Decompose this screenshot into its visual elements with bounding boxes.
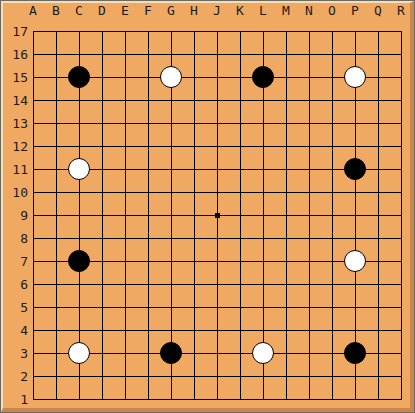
intersection-F8[interactable] bbox=[137, 227, 160, 250]
intersection-O7[interactable] bbox=[321, 250, 344, 273]
intersection-K17[interactable] bbox=[229, 20, 252, 43]
intersection-P3[interactable] bbox=[344, 342, 367, 365]
intersection-E15[interactable] bbox=[114, 66, 137, 89]
intersection-Q16[interactable] bbox=[367, 43, 390, 66]
intersection-O3[interactable] bbox=[321, 342, 344, 365]
intersection-Q17[interactable] bbox=[367, 20, 390, 43]
intersection-F1[interactable] bbox=[137, 388, 160, 411]
intersection-C5[interactable] bbox=[68, 296, 91, 319]
intersection-O17[interactable] bbox=[321, 20, 344, 43]
intersection-P17[interactable] bbox=[344, 20, 367, 43]
intersection-F14[interactable] bbox=[137, 89, 160, 112]
intersection-M12[interactable] bbox=[275, 135, 298, 158]
intersection-N1[interactable] bbox=[298, 388, 321, 411]
intersection-A6[interactable] bbox=[22, 273, 45, 296]
intersection-B1[interactable] bbox=[45, 388, 68, 411]
intersection-H9[interactable] bbox=[183, 204, 206, 227]
intersection-K13[interactable] bbox=[229, 112, 252, 135]
intersection-A8[interactable] bbox=[22, 227, 45, 250]
intersection-C8[interactable] bbox=[68, 227, 91, 250]
intersection-R6[interactable] bbox=[390, 273, 413, 296]
intersection-M17[interactable] bbox=[275, 20, 298, 43]
intersection-D11[interactable] bbox=[91, 158, 114, 181]
intersection-F13[interactable] bbox=[137, 112, 160, 135]
intersection-K2[interactable] bbox=[229, 365, 252, 388]
intersection-D1[interactable] bbox=[91, 388, 114, 411]
intersection-M8[interactable] bbox=[275, 227, 298, 250]
intersection-O16[interactable] bbox=[321, 43, 344, 66]
intersection-J12[interactable] bbox=[206, 135, 229, 158]
intersection-D4[interactable] bbox=[91, 319, 114, 342]
intersection-P13[interactable] bbox=[344, 112, 367, 135]
intersection-R10[interactable] bbox=[390, 181, 413, 204]
intersection-R9[interactable] bbox=[390, 204, 413, 227]
intersection-L11[interactable] bbox=[252, 158, 275, 181]
intersection-E13[interactable] bbox=[114, 112, 137, 135]
intersection-Q6[interactable] bbox=[367, 273, 390, 296]
intersection-G10[interactable] bbox=[160, 181, 183, 204]
intersection-G16[interactable] bbox=[160, 43, 183, 66]
intersection-K12[interactable] bbox=[229, 135, 252, 158]
intersection-B2[interactable] bbox=[45, 365, 68, 388]
intersection-K3[interactable] bbox=[229, 342, 252, 365]
intersection-C2[interactable] bbox=[68, 365, 91, 388]
intersection-B3[interactable] bbox=[45, 342, 68, 365]
intersection-R4[interactable] bbox=[390, 319, 413, 342]
intersection-L13[interactable] bbox=[252, 112, 275, 135]
intersection-G17[interactable] bbox=[160, 20, 183, 43]
intersection-M2[interactable] bbox=[275, 365, 298, 388]
intersection-L17[interactable] bbox=[252, 20, 275, 43]
intersection-L5[interactable] bbox=[252, 296, 275, 319]
intersection-A14[interactable] bbox=[22, 89, 45, 112]
intersection-P2[interactable] bbox=[344, 365, 367, 388]
intersection-E17[interactable] bbox=[114, 20, 137, 43]
intersection-O15[interactable] bbox=[321, 66, 344, 89]
intersection-J15[interactable] bbox=[206, 66, 229, 89]
intersection-M10[interactable] bbox=[275, 181, 298, 204]
intersection-L2[interactable] bbox=[252, 365, 275, 388]
intersection-F6[interactable] bbox=[137, 273, 160, 296]
intersection-P9[interactable] bbox=[344, 204, 367, 227]
intersection-P12[interactable] bbox=[344, 135, 367, 158]
intersection-E12[interactable] bbox=[114, 135, 137, 158]
intersection-Q14[interactable] bbox=[367, 89, 390, 112]
intersection-L15[interactable] bbox=[252, 66, 275, 89]
intersection-O6[interactable] bbox=[321, 273, 344, 296]
black-stone-C7[interactable] bbox=[68, 250, 90, 272]
intersection-N3[interactable] bbox=[298, 342, 321, 365]
intersection-H17[interactable] bbox=[183, 20, 206, 43]
intersection-G8[interactable] bbox=[160, 227, 183, 250]
intersection-D15[interactable] bbox=[91, 66, 114, 89]
intersection-F17[interactable] bbox=[137, 20, 160, 43]
intersection-J2[interactable] bbox=[206, 365, 229, 388]
intersection-F4[interactable] bbox=[137, 319, 160, 342]
intersection-N17[interactable] bbox=[298, 20, 321, 43]
intersection-F9[interactable] bbox=[137, 204, 160, 227]
intersection-D6[interactable] bbox=[91, 273, 114, 296]
intersection-C4[interactable] bbox=[68, 319, 91, 342]
intersection-R12[interactable] bbox=[390, 135, 413, 158]
intersection-G15[interactable] bbox=[160, 66, 183, 89]
intersection-N14[interactable] bbox=[298, 89, 321, 112]
intersection-B5[interactable] bbox=[45, 296, 68, 319]
intersection-H5[interactable] bbox=[183, 296, 206, 319]
intersection-F10[interactable] bbox=[137, 181, 160, 204]
intersection-K6[interactable] bbox=[229, 273, 252, 296]
intersection-M15[interactable] bbox=[275, 66, 298, 89]
intersection-P11[interactable] bbox=[344, 158, 367, 181]
intersection-C9[interactable] bbox=[68, 204, 91, 227]
intersection-E8[interactable] bbox=[114, 227, 137, 250]
intersection-M13[interactable] bbox=[275, 112, 298, 135]
intersection-N7[interactable] bbox=[298, 250, 321, 273]
intersection-J5[interactable] bbox=[206, 296, 229, 319]
intersection-Q4[interactable] bbox=[367, 319, 390, 342]
intersection-H8[interactable] bbox=[183, 227, 206, 250]
intersection-D7[interactable] bbox=[91, 250, 114, 273]
intersection-B10[interactable] bbox=[45, 181, 68, 204]
black-stone-G3[interactable] bbox=[160, 342, 182, 364]
intersection-E16[interactable] bbox=[114, 43, 137, 66]
intersection-N16[interactable] bbox=[298, 43, 321, 66]
intersection-F16[interactable] bbox=[137, 43, 160, 66]
intersection-F12[interactable] bbox=[137, 135, 160, 158]
intersection-O11[interactable] bbox=[321, 158, 344, 181]
intersection-A16[interactable] bbox=[22, 43, 45, 66]
intersection-G3[interactable] bbox=[160, 342, 183, 365]
intersection-O1[interactable] bbox=[321, 388, 344, 411]
intersection-F11[interactable] bbox=[137, 158, 160, 181]
intersection-C15[interactable] bbox=[68, 66, 91, 89]
intersection-L10[interactable] bbox=[252, 181, 275, 204]
intersection-K15[interactable] bbox=[229, 66, 252, 89]
intersection-L4[interactable] bbox=[252, 319, 275, 342]
intersection-R15[interactable] bbox=[390, 66, 413, 89]
intersection-M4[interactable] bbox=[275, 319, 298, 342]
intersection-O8[interactable] bbox=[321, 227, 344, 250]
intersection-C1[interactable] bbox=[68, 388, 91, 411]
intersection-H14[interactable] bbox=[183, 89, 206, 112]
intersection-N8[interactable] bbox=[298, 227, 321, 250]
intersection-N9[interactable] bbox=[298, 204, 321, 227]
intersection-H13[interactable] bbox=[183, 112, 206, 135]
intersection-N11[interactable] bbox=[298, 158, 321, 181]
intersection-B16[interactable] bbox=[45, 43, 68, 66]
intersection-C12[interactable] bbox=[68, 135, 91, 158]
intersection-O13[interactable] bbox=[321, 112, 344, 135]
intersection-H12[interactable] bbox=[183, 135, 206, 158]
intersection-N4[interactable] bbox=[298, 319, 321, 342]
white-stone-G15[interactable] bbox=[160, 66, 182, 88]
intersection-K9[interactable] bbox=[229, 204, 252, 227]
intersection-C7[interactable] bbox=[68, 250, 91, 273]
intersection-J10[interactable] bbox=[206, 181, 229, 204]
intersection-G1[interactable] bbox=[160, 388, 183, 411]
intersection-M3[interactable] bbox=[275, 342, 298, 365]
intersection-C6[interactable] bbox=[68, 273, 91, 296]
intersection-R1[interactable] bbox=[390, 388, 413, 411]
intersection-P10[interactable] bbox=[344, 181, 367, 204]
black-stone-L15[interactable] bbox=[252, 66, 274, 88]
intersection-O10[interactable] bbox=[321, 181, 344, 204]
intersection-M11[interactable] bbox=[275, 158, 298, 181]
intersection-D5[interactable] bbox=[91, 296, 114, 319]
intersection-P6[interactable] bbox=[344, 273, 367, 296]
intersection-J13[interactable] bbox=[206, 112, 229, 135]
intersection-B12[interactable] bbox=[45, 135, 68, 158]
intersection-H1[interactable] bbox=[183, 388, 206, 411]
intersection-N15[interactable] bbox=[298, 66, 321, 89]
intersection-C10[interactable] bbox=[68, 181, 91, 204]
intersection-Q2[interactable] bbox=[367, 365, 390, 388]
intersection-G2[interactable] bbox=[160, 365, 183, 388]
intersection-B15[interactable] bbox=[45, 66, 68, 89]
intersection-H4[interactable] bbox=[183, 319, 206, 342]
intersection-H3[interactable] bbox=[183, 342, 206, 365]
intersection-F2[interactable] bbox=[137, 365, 160, 388]
white-stone-L3[interactable] bbox=[252, 342, 274, 364]
intersection-L3[interactable] bbox=[252, 342, 275, 365]
intersection-B17[interactable] bbox=[45, 20, 68, 43]
intersection-R8[interactable] bbox=[390, 227, 413, 250]
intersection-K10[interactable] bbox=[229, 181, 252, 204]
intersection-L12[interactable] bbox=[252, 135, 275, 158]
intersection-Q9[interactable] bbox=[367, 204, 390, 227]
intersection-N6[interactable] bbox=[298, 273, 321, 296]
intersection-A10[interactable] bbox=[22, 181, 45, 204]
intersection-O9[interactable] bbox=[321, 204, 344, 227]
intersection-N5[interactable] bbox=[298, 296, 321, 319]
intersection-O4[interactable] bbox=[321, 319, 344, 342]
intersection-R2[interactable] bbox=[390, 365, 413, 388]
intersection-A5[interactable] bbox=[22, 296, 45, 319]
intersection-A13[interactable] bbox=[22, 112, 45, 135]
intersection-B14[interactable] bbox=[45, 89, 68, 112]
intersection-G14[interactable] bbox=[160, 89, 183, 112]
intersection-E5[interactable] bbox=[114, 296, 137, 319]
intersection-K7[interactable] bbox=[229, 250, 252, 273]
intersection-D17[interactable] bbox=[91, 20, 114, 43]
intersection-P4[interactable] bbox=[344, 319, 367, 342]
intersection-P7[interactable] bbox=[344, 250, 367, 273]
intersection-Q15[interactable] bbox=[367, 66, 390, 89]
intersection-H2[interactable] bbox=[183, 365, 206, 388]
intersection-Q13[interactable] bbox=[367, 112, 390, 135]
intersection-L14[interactable] bbox=[252, 89, 275, 112]
intersection-J6[interactable] bbox=[206, 273, 229, 296]
intersection-H15[interactable] bbox=[183, 66, 206, 89]
intersection-M16[interactable] bbox=[275, 43, 298, 66]
intersection-F3[interactable] bbox=[137, 342, 160, 365]
intersection-L9[interactable] bbox=[252, 204, 275, 227]
black-stone-C15[interactable] bbox=[68, 66, 90, 88]
intersection-K8[interactable] bbox=[229, 227, 252, 250]
intersection-B13[interactable] bbox=[45, 112, 68, 135]
intersection-L7[interactable] bbox=[252, 250, 275, 273]
intersection-A2[interactable] bbox=[22, 365, 45, 388]
intersection-E9[interactable] bbox=[114, 204, 137, 227]
intersection-G4[interactable] bbox=[160, 319, 183, 342]
intersection-O5[interactable] bbox=[321, 296, 344, 319]
intersection-G5[interactable] bbox=[160, 296, 183, 319]
white-stone-C11[interactable] bbox=[68, 158, 90, 180]
intersection-R11[interactable] bbox=[390, 158, 413, 181]
intersection-K11[interactable] bbox=[229, 158, 252, 181]
intersection-K14[interactable] bbox=[229, 89, 252, 112]
intersection-E10[interactable] bbox=[114, 181, 137, 204]
intersection-C3[interactable] bbox=[68, 342, 91, 365]
intersection-H10[interactable] bbox=[183, 181, 206, 204]
intersection-J9[interactable] bbox=[206, 204, 229, 227]
intersection-A9[interactable] bbox=[22, 204, 45, 227]
intersection-P16[interactable] bbox=[344, 43, 367, 66]
intersection-A1[interactable] bbox=[22, 388, 45, 411]
intersection-E3[interactable] bbox=[114, 342, 137, 365]
intersection-J11[interactable] bbox=[206, 158, 229, 181]
intersection-A12[interactable] bbox=[22, 135, 45, 158]
intersection-R7[interactable] bbox=[390, 250, 413, 273]
intersection-G9[interactable] bbox=[160, 204, 183, 227]
intersection-J8[interactable] bbox=[206, 227, 229, 250]
intersection-D14[interactable] bbox=[91, 89, 114, 112]
intersection-J17[interactable] bbox=[206, 20, 229, 43]
intersection-E2[interactable] bbox=[114, 365, 137, 388]
intersection-A11[interactable] bbox=[22, 158, 45, 181]
black-stone-P3[interactable] bbox=[344, 342, 366, 364]
intersection-D16[interactable] bbox=[91, 43, 114, 66]
intersection-O14[interactable] bbox=[321, 89, 344, 112]
intersection-M9[interactable] bbox=[275, 204, 298, 227]
intersection-M6[interactable] bbox=[275, 273, 298, 296]
intersection-Q7[interactable] bbox=[367, 250, 390, 273]
intersection-G7[interactable] bbox=[160, 250, 183, 273]
intersection-R17[interactable] bbox=[390, 20, 413, 43]
intersection-A7[interactable] bbox=[22, 250, 45, 273]
white-stone-P7[interactable] bbox=[344, 250, 366, 272]
intersection-C13[interactable] bbox=[68, 112, 91, 135]
intersection-L8[interactable] bbox=[252, 227, 275, 250]
intersection-M14[interactable] bbox=[275, 89, 298, 112]
intersection-H11[interactable] bbox=[183, 158, 206, 181]
intersection-L6[interactable] bbox=[252, 273, 275, 296]
intersection-Q1[interactable] bbox=[367, 388, 390, 411]
intersection-A17[interactable] bbox=[22, 20, 45, 43]
intersection-J3[interactable] bbox=[206, 342, 229, 365]
intersection-D10[interactable] bbox=[91, 181, 114, 204]
intersection-B7[interactable] bbox=[45, 250, 68, 273]
white-stone-P15[interactable] bbox=[344, 66, 366, 88]
intersection-F7[interactable] bbox=[137, 250, 160, 273]
intersection-C16[interactable] bbox=[68, 43, 91, 66]
intersection-H16[interactable] bbox=[183, 43, 206, 66]
intersection-F15[interactable] bbox=[137, 66, 160, 89]
intersection-N13[interactable] bbox=[298, 112, 321, 135]
intersection-J4[interactable] bbox=[206, 319, 229, 342]
intersection-B11[interactable] bbox=[45, 158, 68, 181]
intersection-R3[interactable] bbox=[390, 342, 413, 365]
intersection-Q3[interactable] bbox=[367, 342, 390, 365]
intersection-C17[interactable] bbox=[68, 20, 91, 43]
intersection-B8[interactable] bbox=[45, 227, 68, 250]
intersection-O12[interactable] bbox=[321, 135, 344, 158]
intersection-N12[interactable] bbox=[298, 135, 321, 158]
intersection-L16[interactable] bbox=[252, 43, 275, 66]
intersection-K4[interactable] bbox=[229, 319, 252, 342]
intersection-G11[interactable] bbox=[160, 158, 183, 181]
intersection-C14[interactable] bbox=[68, 89, 91, 112]
intersection-D3[interactable] bbox=[91, 342, 114, 365]
intersection-G6[interactable] bbox=[160, 273, 183, 296]
intersection-A15[interactable] bbox=[22, 66, 45, 89]
intersection-M5[interactable] bbox=[275, 296, 298, 319]
intersection-H7[interactable] bbox=[183, 250, 206, 273]
intersection-A4[interactable] bbox=[22, 319, 45, 342]
intersection-F5[interactable] bbox=[137, 296, 160, 319]
intersection-Q12[interactable] bbox=[367, 135, 390, 158]
intersection-D13[interactable] bbox=[91, 112, 114, 135]
intersection-G12[interactable] bbox=[160, 135, 183, 158]
intersection-P15[interactable] bbox=[344, 66, 367, 89]
intersection-E14[interactable] bbox=[114, 89, 137, 112]
intersection-P14[interactable] bbox=[344, 89, 367, 112]
intersection-R16[interactable] bbox=[390, 43, 413, 66]
intersection-J16[interactable] bbox=[206, 43, 229, 66]
intersection-C11[interactable] bbox=[68, 158, 91, 181]
intersection-H6[interactable] bbox=[183, 273, 206, 296]
intersection-P1[interactable] bbox=[344, 388, 367, 411]
intersection-E4[interactable] bbox=[114, 319, 137, 342]
intersection-R14[interactable] bbox=[390, 89, 413, 112]
intersection-Q11[interactable] bbox=[367, 158, 390, 181]
intersection-L1[interactable] bbox=[252, 388, 275, 411]
intersection-M1[interactable] bbox=[275, 388, 298, 411]
intersection-J7[interactable] bbox=[206, 250, 229, 273]
intersection-Q5[interactable] bbox=[367, 296, 390, 319]
intersection-A3[interactable] bbox=[22, 342, 45, 365]
intersection-N2[interactable] bbox=[298, 365, 321, 388]
intersection-E7[interactable] bbox=[114, 250, 137, 273]
intersection-N10[interactable] bbox=[298, 181, 321, 204]
intersection-D12[interactable] bbox=[91, 135, 114, 158]
intersection-E6[interactable] bbox=[114, 273, 137, 296]
intersection-D9[interactable] bbox=[91, 204, 114, 227]
intersection-P8[interactable] bbox=[344, 227, 367, 250]
intersection-K5[interactable] bbox=[229, 296, 252, 319]
black-stone-P11[interactable] bbox=[344, 158, 366, 180]
intersection-D2[interactable] bbox=[91, 365, 114, 388]
intersection-K16[interactable] bbox=[229, 43, 252, 66]
intersection-E11[interactable] bbox=[114, 158, 137, 181]
intersection-O2[interactable] bbox=[321, 365, 344, 388]
white-stone-C3[interactable] bbox=[68, 342, 90, 364]
intersection-D8[interactable] bbox=[91, 227, 114, 250]
intersection-R13[interactable] bbox=[390, 112, 413, 135]
intersection-P5[interactable] bbox=[344, 296, 367, 319]
intersection-K1[interactable] bbox=[229, 388, 252, 411]
intersection-E1[interactable] bbox=[114, 388, 137, 411]
intersection-B6[interactable] bbox=[45, 273, 68, 296]
intersection-M7[interactable] bbox=[275, 250, 298, 273]
intersection-B4[interactable] bbox=[45, 319, 68, 342]
intersection-Q8[interactable] bbox=[367, 227, 390, 250]
intersection-B9[interactable] bbox=[45, 204, 68, 227]
intersection-J1[interactable] bbox=[206, 388, 229, 411]
intersection-J14[interactable] bbox=[206, 89, 229, 112]
intersection-Q10[interactable] bbox=[367, 181, 390, 204]
intersection-G13[interactable] bbox=[160, 112, 183, 135]
